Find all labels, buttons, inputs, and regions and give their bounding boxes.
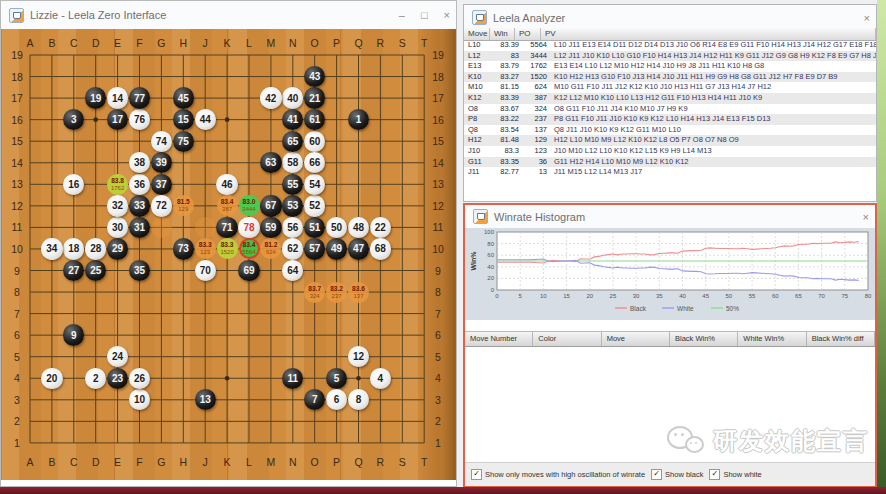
svg-text:55: 55 [749,293,756,299]
close-icon[interactable]: × [864,12,870,24]
pv-sequence: P8 G11 F10 J11 J10 K10 K9 K12 L10 H14 H1… [549,114,876,125]
col-label: C [70,37,78,49]
col-label: B [48,37,55,49]
stone-O17: 21 [304,87,325,108]
col-label: N [289,37,297,49]
histogram-options-bar: ✓ Show only moves with high oscillation … [465,462,875,486]
pv-playouts: 237 [521,114,549,125]
pv-sequence: L10 J11 E13 E14 D11 D12 D14 D13 J10 O6 R… [549,40,876,51]
stone-J9: 70 [195,260,216,281]
stone-F4: 26 [129,368,150,389]
pv-winrate: 82.77 [494,167,521,178]
row-label: 6 [435,329,441,341]
stone-R10: 68 [370,238,391,259]
pv-move: E13 [464,61,494,72]
row-label: 1 [14,437,20,449]
row-label: 8 [435,286,441,298]
row-label: 3 [435,394,441,406]
java-app-icon [9,8,24,23]
row-label: 17 [11,92,23,104]
svg-text:45: 45 [702,293,709,299]
hist-column-header-3[interactable]: Black Win% [670,332,738,346]
pv-winrate: 83.54 [494,125,521,136]
col-label: O [311,37,319,49]
row-label: 16 [11,114,23,126]
suggestion-G11[interactable] [151,217,172,238]
pv-sequence: Q8 J11 J10 K10 K9 K12 G11 M10 L10 [549,125,876,136]
row-label: 2 [14,415,20,427]
row-label: 7 [435,308,441,320]
hist-column-header-4[interactable]: White Win% [738,332,806,346]
analyzer-row-Q8[interactable]: Q8 83.54 137 Q8 J11 J10 K10 K9 K12 G11 M… [464,125,876,136]
hist-column-header-5[interactable]: Black Win% diff [807,332,875,346]
col-label: M [267,456,276,468]
row-label: 11 [433,221,444,233]
analyzer-row-J11[interactable]: J11 82.77 13 J11 M15 L12 L14 M13 J17 [464,167,876,178]
pv-winrate: 83.35 [494,157,521,168]
svg-text:Black: Black [630,305,647,312]
stone-L11: 78 [238,217,259,238]
stone-N10: 62 [282,238,303,259]
leela-analyzer-window: Leela Analyzer × Move Win PO PV L10 83.3… [463,4,877,202]
analyzer-row-L10[interactable]: L10 83.39 5564 L10 J11 E13 E14 D11 D12 D… [464,40,876,51]
svg-text:15: 15 [563,293,570,299]
suggestion-P8[interactable]: 83.2237 [326,282,347,303]
pv-playouts: 36 [521,157,549,168]
stone-K13: 46 [216,174,237,195]
row-label: 17 [432,92,444,104]
svg-text:100: 100 [484,229,495,235]
svg-text:Win%: Win% [470,251,477,271]
column-header-pv[interactable]: PV [541,28,876,40]
stone-R11: 22 [370,217,391,238]
winrate-histogram-window: Winrate Histogram × 05101520253035404550… [463,203,877,487]
suggestion-L12[interactable]: 83.03444 [239,195,260,216]
java-app-icon [472,10,487,25]
hist-column-header-0[interactable]: Move Number [465,332,533,346]
row-label: 13 [11,178,23,190]
stone-O12: 52 [304,195,325,216]
row-label: 18 [432,71,444,83]
screenshot-root: Lizzie - Leela Zero Interface – □ × AABB… [0,0,886,494]
row-label: 5 [14,351,20,363]
pv-winrate: 83.27 [494,72,521,83]
analyzer-table-body: L10 83.39 5564 L10 J11 E13 E14 D11 D12 D… [464,40,876,178]
col-label: M [267,37,276,49]
close-icon[interactable]: × [863,211,869,223]
col-label: Q [354,456,362,468]
pv-move: K10 [464,72,494,83]
row-label: 11 [12,221,23,233]
stone-D10: 28 [85,238,106,259]
checkbox-icon[interactable]: ✓ [709,469,720,480]
col-label: E [114,456,121,468]
stone-F13: 36 [129,174,150,195]
row-label: 19 [11,49,23,61]
checkbox-label: Show white [723,470,761,479]
col-label: R [377,37,385,49]
col-label: Q [354,37,362,49]
col-label: B [48,456,55,468]
row-label: 10 [432,243,444,255]
col-label: L [246,37,252,49]
pv-playouts: 137 [521,125,549,136]
column-header-move[interactable]: Move [464,28,490,40]
svg-text:40: 40 [679,293,686,299]
col-label: A [26,456,33,468]
col-label: H [180,37,188,49]
col-label: T [421,37,427,49]
desktop-background-strip [877,0,886,487]
analyzer-row-K10[interactable]: K10 83.27 1520 K10 H12 H13 G10 F10 J13 H… [464,72,876,83]
pv-playouts: 1520 [521,72,549,83]
stone-B10: 34 [41,238,62,259]
pv-playouts: 129 [521,135,549,146]
pv-sequence: G11 H12 H14 L10 M10 M9 L12 K10 K12 [549,157,876,168]
col-label: P [333,456,340,468]
pv-move: O8 [464,104,494,115]
stone-M14: 63 [260,152,281,173]
watermark-text: 研发效能宣言 [713,425,869,457]
checkbox-label: Show only moves with high oscillation of… [485,470,645,479]
col-label: S [399,37,406,49]
close-icon[interactable]: × [444,9,450,21]
lizzie-titlebar[interactable]: Lizzie - Leela Zero Interface – □ × [1,1,456,30]
pv-sequence: J11 M15 L12 L14 M13 J17 [549,167,876,178]
svg-text:80: 80 [865,293,872,299]
svg-text:White: White [677,305,694,312]
col-label: O [311,456,319,468]
svg-text:20: 20 [487,275,494,281]
analyzer-row-J10[interactable]: J10 83.3 123 J10 M10 L12 L10 K10 K12 L15… [464,146,876,157]
lizzie-window: Lizzie - Leela Zero Interface – □ × AABB… [0,0,457,487]
column-header-win[interactable]: Win [490,28,515,40]
analyzer-row-K12[interactable]: K12 83.39 387 K12 L12 M10 K10 L10 L13 H1… [464,93,876,104]
svg-text:35: 35 [656,293,663,299]
hist-column-header-1[interactable]: Color [533,332,601,346]
stone-O10: 57 [304,238,325,259]
col-label: D [92,37,100,49]
stone-E17: 14 [107,87,128,108]
pv-sequence: J10 M10 L12 L10 K10 K12 L15 K9 H9 L14 M1… [549,146,876,157]
row-label: 1 [435,437,441,449]
stone-M11: 59 [260,217,281,238]
stone-F11: 31 [129,217,150,238]
wechat-logo-icon [667,424,707,458]
stone-J16: 44 [195,109,216,130]
col-label: E [114,37,121,49]
pv-move: G11 [464,157,494,168]
row-label: 14 [432,157,444,169]
stone-C10: 18 [63,238,84,259]
row-label: 18 [11,71,23,83]
col-label: J [203,37,208,49]
pv-playouts: 324 [521,104,549,115]
stone-N12: 53 [282,195,303,216]
row-label: 14 [11,157,23,169]
suggestion-H12[interactable]: 81.5129 [173,195,194,216]
pv-winrate: 83.39 [494,93,521,104]
row-label: 7 [14,308,20,320]
svg-text:20: 20 [586,293,593,299]
stone-Q11: 48 [348,217,369,238]
row-label: 8 [14,286,20,298]
stone-G12: 72 [151,195,172,216]
row-label: 10 [11,243,23,255]
col-label: K [224,37,231,49]
row-label: 9 [435,265,441,277]
pv-move: J10 [464,146,494,157]
svg-text:50: 50 [726,293,733,299]
pv-sequence: E13 E14 L10 L12 M10 H12 H14 J10 H9 J8 J1… [549,61,876,72]
stone-F17: 77 [129,87,150,108]
checkbox-label: Show black [665,470,703,479]
column-header-po[interactable]: PO [515,28,541,40]
suggestion-E13[interactable]: 83.81762 [107,174,128,195]
stone-L9: 69 [238,260,259,281]
stone-D17: 19 [85,87,106,108]
pv-move: H12 [464,135,494,146]
analyzer-window-title: Leela Analyzer [493,12,565,24]
col-label: G [157,456,165,468]
row-label: 2 [435,415,441,427]
pv-winrate: 83.39 [494,40,521,51]
pv-move: M10 [464,82,494,93]
col-label: F [136,37,142,49]
stone-B4: 20 [41,368,62,389]
analyzer-row-M10[interactable]: M10 81.15 624 M10 G11 F10 J11 J12 K12 K1… [464,82,876,93]
stone-E10: 29 [107,238,128,259]
suggestion-J11[interactable] [195,217,216,238]
stone-G13: 37 [151,174,172,195]
analyzer-row-H12[interactable]: H12 81.48 129 H12 L10 M10 M9 L12 K10 K12… [464,135,876,146]
histogram-table-header: Move NumberColorMoveBlack Win%White Win%… [465,331,875,347]
bottom-border-strip [0,487,886,494]
stone-E12: 32 [107,195,128,216]
pv-sequence: O8 G11 F10 J11 J14 K10 M10 J7 H9 K9 [549,104,876,115]
col-label: S [399,456,406,468]
checkbox-item-2[interactable]: ✓ Show white [709,469,761,480]
pv-playouts: 624 [521,82,549,93]
stone-G15: 74 [151,131,172,152]
pv-winrate: 83.3 [494,146,521,157]
suggestion-L10[interactable]: 83.45564 [239,238,260,259]
maximize-icon[interactable]: □ [421,9,428,21]
pv-move: K12 [464,93,494,104]
pv-sequence: L12 J11 J10 K10 L10 G10 F10 H14 H13 J14 … [549,51,876,62]
svg-text:75: 75 [841,293,848,299]
checkbox-item-1[interactable]: ✓ Show black [651,469,703,480]
pv-sequence: K10 H12 H13 G10 F10 J13 H14 J10 J11 H11 … [549,72,876,83]
stone-Q10: 47 [348,238,369,259]
col-label: H [180,456,188,468]
pv-playouts: 5564 [521,40,549,51]
stone-K11: 71 [216,217,237,238]
suggestion-O8[interactable]: 83.7324 [304,282,325,303]
stone-P10: 49 [326,238,347,259]
stone-F12: 33 [129,195,150,216]
pv-winrate: 83.22 [494,114,521,125]
stone-M17: 42 [260,87,281,108]
col-label: R [377,456,385,468]
svg-text:10: 10 [540,293,547,299]
row-label: 4 [14,372,20,384]
pv-move: P8 [464,114,494,125]
pv-winrate: 81.48 [494,135,521,146]
col-label: F [136,456,142,468]
stone-H10: 73 [173,238,194,259]
col-label: D [92,456,100,468]
analyzer-row-G11[interactable]: G11 83.35 36 G11 H12 H14 L10 M10 M9 L12 … [464,157,876,168]
checkbox-icon[interactable]: ✓ [651,469,662,480]
pv-move: J11 [464,167,494,178]
stone-R4: 4 [370,368,391,389]
go-board[interactable]: AABBCCDDEEFFGGHHJJKKLLMMNNOOPPQQRRSSTT19… [1,29,456,480]
suggestion-Q8[interactable]: 83.6137 [348,282,369,303]
lizzie-window-title: Lizzie - Leela Zero Interface [30,9,166,21]
row-label: 6 [14,329,20,341]
row-label: 3 [14,394,20,406]
pv-winrate: 83 [494,51,521,62]
col-label: L [246,456,252,468]
stone-H17: 45 [173,87,194,108]
col-label: C [70,456,78,468]
pv-playouts: 387 [521,93,549,104]
suggestion-J10[interactable]: 83.3123 [195,238,216,259]
pv-sequence: K12 L12 M10 K10 L10 L13 H12 G11 F10 H13 … [549,93,876,104]
row-label: 15 [432,135,444,147]
col-label: J [203,456,208,468]
stone-M12: 67 [260,195,281,216]
suggestion-K12[interactable]: 83.4387 [217,195,238,216]
row-label: 16 [432,114,444,126]
histogram-titlebar[interactable]: Winrate Histogram × [465,205,875,229]
row-label: 4 [435,372,441,384]
row-label: 12 [11,200,23,212]
svg-text:25: 25 [610,293,617,299]
svg-text:80: 80 [487,241,494,247]
pv-playouts: 1762 [521,61,549,72]
pv-move: L12 [464,51,494,62]
stone-N17: 40 [282,87,303,108]
svg-text:60: 60 [487,252,494,258]
winrate-chart: 0510152025303540455055606570758002040608… [465,228,875,320]
stone-P4: 5 [326,368,347,389]
pv-winrate: 81.15 [494,82,521,93]
analyzer-row-L12[interactable]: L12 83 3444 L12 J11 J10 K10 L10 G10 F10 … [464,51,876,62]
svg-text:5: 5 [519,293,523,299]
stone-E4: 23 [107,368,128,389]
analyzer-row-P8[interactable]: P8 83.22 237 P8 G11 F10 J11 J10 K10 K9 K… [464,114,876,125]
pv-winrate: 83.79 [494,61,521,72]
row-label: 15 [11,135,23,147]
watermark: 研发效能宣言 [634,417,869,465]
histogram-window-title: Winrate Histogram [494,211,585,223]
col-label: N [289,456,297,468]
pv-playouts: 3444 [521,51,549,62]
analyzer-row-E13[interactable]: E13 83.79 1762 E13 E14 L10 L12 M10 H12 H… [464,61,876,72]
svg-text:65: 65 [795,293,802,299]
pv-winrate: 83.67 [494,104,521,115]
row-label: 9 [14,265,20,277]
svg-text:40: 40 [487,264,494,270]
svg-text:50%: 50% [726,305,739,312]
svg-text:30: 30 [633,293,640,299]
row-label: 19 [432,49,444,61]
pv-move: L10 [464,40,494,51]
pv-sequence: M10 G11 F10 J11 J12 K12 K10 J10 H13 H11 … [549,82,876,93]
minimize-icon[interactable]: – [399,9,405,21]
hist-column-header-2[interactable]: Move [602,332,670,346]
pv-move: Q8 [464,125,494,136]
checkbox-icon[interactable]: ✓ [471,469,482,480]
col-label: K [224,456,231,468]
svg-text:0: 0 [491,287,495,293]
stone-H15: 75 [173,131,194,152]
pv-playouts: 123 [521,146,549,157]
row-label: 12 [432,200,444,212]
pv-playouts: 13 [521,167,549,178]
svg-text:0: 0 [495,293,499,299]
suggestion-K10[interactable]: 83.31520 [217,238,238,259]
analyzer-row-O8[interactable]: O8 83.67 324 O8 G11 F10 J11 J14 K10 M10 … [464,104,876,115]
row-label: 13 [432,178,444,190]
svg-text:70: 70 [818,293,825,299]
checkbox-item-0[interactable]: ✓ Show only moves with high oscillation … [471,469,645,480]
col-label: P [333,37,340,49]
col-label: G [157,37,165,49]
row-label: 5 [435,351,441,363]
pv-sequence: H12 L10 M10 M9 L12 K10 K12 L8 O5 P7 O8 O… [549,135,876,146]
col-label: A [26,37,33,49]
svg-text:60: 60 [772,293,779,299]
col-label: T [421,456,427,468]
java-app-icon [473,209,488,224]
